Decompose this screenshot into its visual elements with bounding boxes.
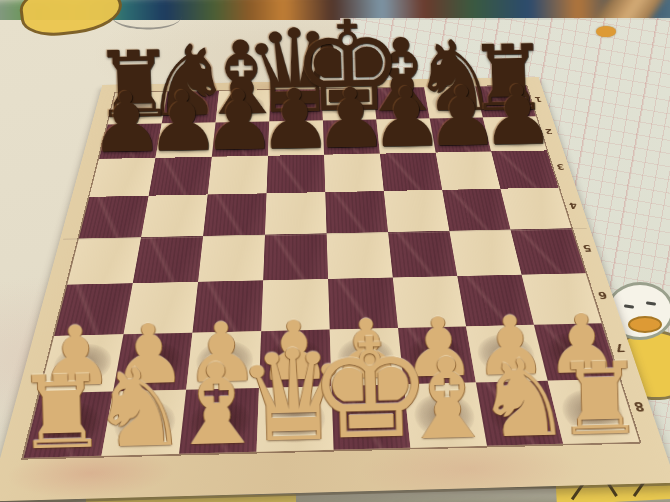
photo: ♜♞♝♛♚♝♞♜♟♟♟♟♟♟♟♟♟♟♟♟♟♟♟♟♜♞♝♛♚♝♞♜ 1234567… [0,0,670,502]
square-a5 [67,237,141,284]
square-h5 [510,228,585,274]
square-d5 [263,233,328,280]
square-a8: ♜ [23,391,113,457]
rank-label-3: 3 [553,162,568,171]
rank-label-4: 4 [565,201,581,210]
square-g4 [442,189,510,231]
white-bishop: ♝ [396,351,498,447]
board-grid: ♜♞♝♛♚♝♞♜♟♟♟♟♟♟♟♟♟♟♟♟♟♟♟♟♜♞♝♛♚♝♞♜ [23,86,639,458]
square-h4 [500,188,571,230]
black-pawn: ♟ [480,81,555,151]
square-g5 [449,230,521,277]
square-f3 [380,153,442,191]
square-c4 [203,193,266,236]
square-c8: ♝ [179,388,259,454]
square-a4 [79,196,149,239]
white-rook: ♜ [554,357,645,443]
square-g3 [436,152,501,190]
square-h2: ♟ [483,117,547,152]
square-f4 [384,190,450,232]
square-f5 [388,231,457,278]
tablecloth-spot [596,26,616,37]
square-c3 [208,156,268,195]
square-b5 [133,236,203,283]
square-b4 [141,194,208,237]
white-rook: ♜ [15,370,108,457]
duck-beak [628,316,662,333]
square-e4 [325,191,388,233]
square-h8: ♜ [548,379,639,444]
square-b3 [149,157,212,196]
square-d4 [265,192,327,235]
rank-label-5: 5 [578,243,595,253]
square-d3 [267,155,326,194]
square-a3 [89,158,155,197]
square-e3 [324,154,384,193]
white-bishop: ♝ [165,356,268,452]
square-h3 [491,150,558,188]
square-e5 [327,232,393,279]
square-c5 [198,235,265,282]
square-f8: ♝ [404,383,487,448]
